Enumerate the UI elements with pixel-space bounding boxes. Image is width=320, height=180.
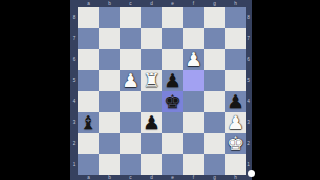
file-label-d: d	[143, 1, 159, 6]
square-e4[interactable]: ♚	[162, 91, 183, 112]
square-b3[interactable]	[99, 112, 120, 133]
rank-label-3: 3	[71, 114, 77, 130]
file-label-e: e	[164, 175, 180, 180]
square-g3[interactable]	[204, 112, 225, 133]
square-e2[interactable]	[162, 133, 183, 154]
square-h2[interactable]: ♚	[225, 133, 246, 154]
square-c3[interactable]	[120, 112, 141, 133]
square-f4[interactable]	[183, 91, 204, 112]
rank-labels-left: 87654321	[70, 7, 78, 175]
square-c8[interactable]	[120, 7, 141, 28]
square-f1[interactable]	[183, 154, 204, 175]
file-label-g: g	[206, 175, 222, 180]
black-pawn[interactable]: ♟	[143, 112, 160, 133]
rank-label-6: 6	[71, 51, 77, 67]
black-bishop[interactable]: ♝	[80, 112, 97, 133]
rank-label-4: 4	[71, 93, 77, 109]
square-a1[interactable]	[78, 154, 99, 175]
square-h5[interactable]	[225, 70, 246, 91]
square-b2[interactable]	[99, 133, 120, 154]
square-b8[interactable]	[99, 7, 120, 28]
file-label-f: f	[185, 1, 201, 6]
square-d2[interactable]	[141, 133, 162, 154]
square-h7[interactable]	[225, 28, 246, 49]
white-pawn[interactable]: ♟	[122, 70, 139, 91]
square-g6[interactable]	[204, 49, 225, 70]
black-pawn[interactable]: ♟	[164, 70, 181, 91]
black-king[interactable]: ♚	[164, 91, 181, 112]
square-g1[interactable]	[204, 154, 225, 175]
rank-label-7: 7	[71, 30, 77, 46]
white-king[interactable]: ♚	[227, 133, 244, 154]
square-g2[interactable]	[204, 133, 225, 154]
square-d4[interactable]	[141, 91, 162, 112]
square-a8[interactable]	[78, 7, 99, 28]
square-g8[interactable]	[204, 7, 225, 28]
rank-label-5: 5	[246, 72, 251, 88]
rank-label-6: 6	[246, 51, 251, 67]
square-b5[interactable]	[99, 70, 120, 91]
file-label-b: b	[101, 175, 117, 180]
file-labels-top: abcdefgh	[78, 0, 246, 7]
file-label-e: e	[164, 1, 180, 6]
square-d7[interactable]	[141, 28, 162, 49]
rank-label-3: 3	[246, 114, 251, 130]
white-pawn[interactable]: ♟	[227, 112, 244, 133]
file-label-d: d	[143, 175, 159, 180]
rank-label-8: 8	[246, 9, 251, 25]
side-to-move-indicator	[248, 170, 255, 177]
rank-label-2: 2	[246, 135, 251, 151]
square-a6[interactable]	[78, 49, 99, 70]
square-h1[interactable]	[225, 154, 246, 175]
square-c4[interactable]	[120, 91, 141, 112]
square-d3[interactable]: ♟	[141, 112, 162, 133]
square-f3[interactable]	[183, 112, 204, 133]
square-e6[interactable]	[162, 49, 183, 70]
square-g5[interactable]	[204, 70, 225, 91]
file-label-b: b	[101, 1, 117, 6]
rank-label-5: 5	[71, 72, 77, 88]
screen: abcdefgh abcdefgh 87654321 87654321 ♟♟♜♟…	[0, 0, 320, 180]
square-g4[interactable]	[204, 91, 225, 112]
square-h4[interactable]: ♟	[225, 91, 246, 112]
square-c7[interactable]	[120, 28, 141, 49]
rank-label-7: 7	[246, 30, 251, 46]
square-a3[interactable]: ♝	[78, 112, 99, 133]
square-c5[interactable]: ♟	[120, 70, 141, 91]
square-e3[interactable]	[162, 112, 183, 133]
rank-label-4: 4	[246, 93, 251, 109]
square-d6[interactable]	[141, 49, 162, 70]
square-e1[interactable]	[162, 154, 183, 175]
rank-label-2: 2	[71, 135, 77, 151]
square-g7[interactable]	[204, 28, 225, 49]
rank-label-8: 8	[71, 9, 77, 25]
square-a5[interactable]	[78, 70, 99, 91]
file-label-c: c	[122, 1, 138, 6]
square-h6[interactable]	[225, 49, 246, 70]
square-b6[interactable]	[99, 49, 120, 70]
file-label-a: a	[80, 1, 96, 6]
square-f6[interactable]: ♟	[183, 49, 204, 70]
file-label-h: h	[227, 1, 243, 6]
square-c1[interactable]	[120, 154, 141, 175]
rank-labels-right: 87654321	[245, 7, 252, 175]
chess-board: abcdefgh abcdefgh 87654321 87654321 ♟♟♜♟…	[70, 0, 252, 180]
square-b4[interactable]	[99, 91, 120, 112]
square-d1[interactable]	[141, 154, 162, 175]
square-c6[interactable]	[120, 49, 141, 70]
square-b7[interactable]	[99, 28, 120, 49]
file-label-f: f	[185, 175, 201, 180]
square-f7[interactable]	[183, 28, 204, 49]
board-grid: ♟♟♜♟♚♟♝♟♟♚	[78, 7, 246, 175]
square-e7[interactable]	[162, 28, 183, 49]
black-pawn[interactable]: ♟	[227, 91, 244, 112]
white-pawn[interactable]: ♟	[185, 49, 202, 70]
white-rook[interactable]: ♜	[143, 70, 160, 91]
file-label-h: h	[227, 175, 243, 180]
file-label-c: c	[122, 175, 138, 180]
square-c2[interactable]	[120, 133, 141, 154]
square-e8[interactable]	[162, 7, 183, 28]
square-b1[interactable]	[99, 154, 120, 175]
square-h8[interactable]	[225, 7, 246, 28]
square-f2[interactable]	[183, 133, 204, 154]
square-e5[interactable]: ♟	[162, 70, 183, 91]
file-label-a: a	[80, 175, 96, 180]
square-f8[interactable]	[183, 7, 204, 28]
rank-label-1: 1	[71, 156, 77, 172]
square-a2[interactable]	[78, 133, 99, 154]
square-f5[interactable]	[183, 70, 204, 91]
square-a4[interactable]	[78, 91, 99, 112]
square-h3[interactable]: ♟	[225, 112, 246, 133]
square-a7[interactable]	[78, 28, 99, 49]
square-d8[interactable]	[141, 7, 162, 28]
file-label-g: g	[206, 1, 222, 6]
square-d5[interactable]: ♜	[141, 70, 162, 91]
